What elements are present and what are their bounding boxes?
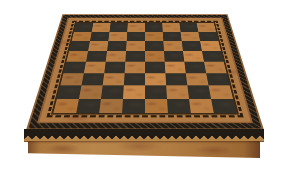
square-c7[interactable] [108, 32, 127, 41]
square-c3[interactable] [103, 73, 125, 85]
square-b8[interactable] [92, 23, 111, 32]
square-a5[interactable] [66, 51, 88, 62]
square-g2[interactable] [187, 85, 211, 98]
square-c4[interactable] [104, 62, 125, 73]
square-e8[interactable] [145, 23, 163, 32]
box-front-side [28, 141, 260, 158]
square-g7[interactable] [181, 32, 201, 41]
square-d5[interactable] [125, 51, 145, 62]
square-h5[interactable] [202, 51, 224, 62]
square-b2[interactable] [79, 85, 103, 98]
square-a7[interactable] [72, 32, 92, 41]
square-f8[interactable] [162, 23, 180, 32]
square-g6[interactable] [182, 41, 202, 51]
photo-background [0, 0, 290, 171]
square-b1[interactable] [76, 99, 101, 113]
square-h2[interactable] [209, 85, 234, 98]
square-b5[interactable] [86, 51, 107, 62]
square-c1[interactable] [99, 99, 123, 113]
chess-board [53, 23, 236, 113]
square-e6[interactable] [145, 41, 164, 51]
square-g3[interactable] [186, 73, 209, 85]
square-d4[interactable] [125, 62, 145, 73]
square-d2[interactable] [123, 85, 145, 98]
square-h4[interactable] [204, 62, 227, 73]
square-d7[interactable] [127, 32, 145, 41]
square-h8[interactable] [197, 23, 216, 32]
square-e2[interactable] [145, 85, 167, 98]
square-b3[interactable] [81, 73, 104, 85]
square-c6[interactable] [107, 41, 127, 51]
square-h1[interactable] [211, 99, 237, 113]
square-g4[interactable] [184, 62, 206, 73]
square-f1[interactable] [167, 99, 191, 113]
square-e5[interactable] [145, 51, 165, 62]
square-f5[interactable] [164, 51, 184, 62]
square-f6[interactable] [163, 41, 183, 51]
square-d3[interactable] [124, 73, 145, 85]
square-e4[interactable] [145, 62, 165, 73]
square-g1[interactable] [189, 99, 214, 113]
square-d6[interactable] [126, 41, 145, 51]
square-f4[interactable] [165, 62, 186, 73]
square-b4[interactable] [84, 62, 106, 73]
square-b6[interactable] [88, 41, 108, 51]
square-a4[interactable] [63, 62, 86, 73]
square-d1[interactable] [122, 99, 145, 113]
square-c5[interactable] [106, 51, 126, 62]
square-a8[interactable] [74, 23, 93, 32]
square-f2[interactable] [166, 85, 189, 98]
square-c2[interactable] [101, 85, 124, 98]
square-a3[interactable] [60, 73, 84, 85]
chess-box [0, 0, 290, 171]
square-f7[interactable] [163, 32, 182, 41]
square-c8[interactable] [109, 23, 127, 32]
square-g8[interactable] [179, 23, 198, 32]
square-a1[interactable] [53, 99, 79, 113]
square-h6[interactable] [200, 41, 221, 51]
board-top-surface [26, 14, 264, 130]
square-d8[interactable] [127, 23, 145, 32]
square-a2[interactable] [57, 85, 82, 98]
square-h3[interactable] [206, 73, 230, 85]
square-h7[interactable] [198, 32, 218, 41]
square-e1[interactable] [145, 99, 168, 113]
square-b7[interactable] [90, 32, 110, 41]
square-e3[interactable] [145, 73, 166, 85]
square-g5[interactable] [183, 51, 204, 62]
lid-front-trim [24, 129, 264, 142]
square-a6[interactable] [69, 41, 90, 51]
square-f3[interactable] [165, 73, 187, 85]
square-e7[interactable] [145, 32, 163, 41]
